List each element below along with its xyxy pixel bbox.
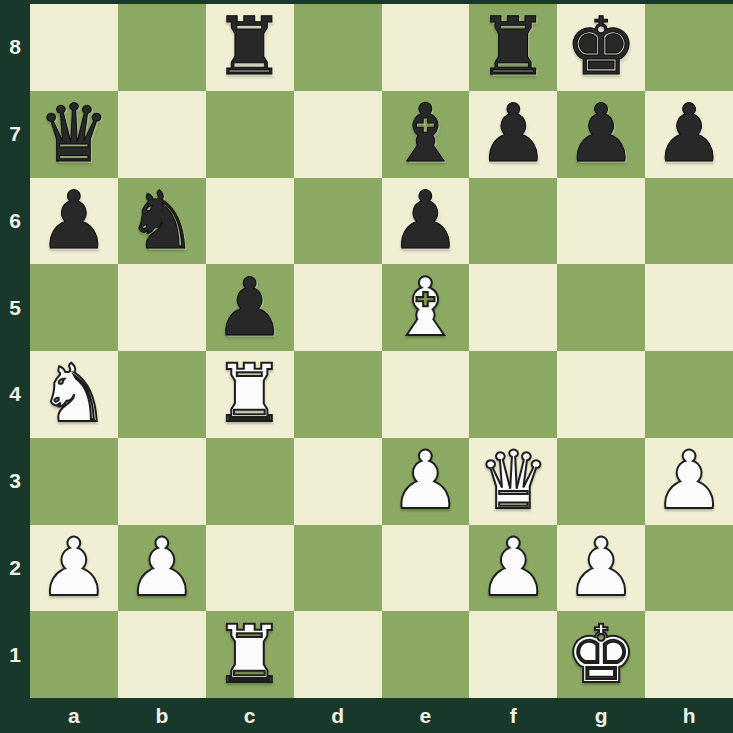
file-label-b: b bbox=[118, 698, 206, 733]
square-g5[interactable] bbox=[557, 264, 645, 351]
piece-white-queen: ♛ bbox=[477, 438, 549, 524]
piece-black-pawn: ♟ bbox=[477, 91, 549, 177]
square-e2[interactable] bbox=[382, 525, 470, 612]
square-e3[interactable]: ♟ bbox=[382, 438, 470, 525]
file-label-a: a bbox=[30, 698, 118, 733]
square-c2[interactable] bbox=[206, 525, 294, 612]
square-c5[interactable]: ♟ bbox=[206, 264, 294, 351]
piece-white-pawn: ♟ bbox=[477, 525, 549, 611]
rank-label-3: 3 bbox=[0, 438, 30, 525]
square-f1[interactable] bbox=[469, 611, 557, 698]
piece-black-king: ♚ bbox=[565, 4, 637, 90]
square-e4[interactable] bbox=[382, 351, 470, 438]
square-b5[interactable] bbox=[118, 264, 206, 351]
square-c7[interactable] bbox=[206, 91, 294, 178]
square-a8[interactable] bbox=[30, 4, 118, 91]
piece-black-knight: ♞ bbox=[126, 178, 198, 264]
square-h2[interactable] bbox=[645, 525, 733, 612]
board-bottom-left-corner bbox=[0, 698, 30, 733]
square-d7[interactable] bbox=[294, 91, 382, 178]
square-c6[interactable] bbox=[206, 178, 294, 265]
square-g2[interactable]: ♟ bbox=[557, 525, 645, 612]
rank-label-1: 1 bbox=[0, 611, 30, 698]
piece-black-rook: ♜ bbox=[214, 4, 286, 90]
file-label-d: d bbox=[294, 698, 382, 733]
piece-black-pawn: ♟ bbox=[38, 178, 110, 264]
square-c8[interactable]: ♜ bbox=[206, 4, 294, 91]
piece-white-rook: ♜ bbox=[214, 612, 286, 698]
square-a4[interactable]: ♞ bbox=[30, 351, 118, 438]
square-f4[interactable] bbox=[469, 351, 557, 438]
piece-black-bishop: ♝ bbox=[390, 91, 462, 177]
piece-white-pawn: ♟ bbox=[653, 438, 725, 524]
piece-white-king: ♚ bbox=[565, 612, 637, 698]
square-e7[interactable]: ♝ bbox=[382, 91, 470, 178]
square-g8[interactable]: ♚ bbox=[557, 4, 645, 91]
square-b7[interactable] bbox=[118, 91, 206, 178]
piece-white-knight: ♞ bbox=[38, 351, 110, 437]
square-e8[interactable] bbox=[382, 4, 470, 91]
square-b6[interactable]: ♞ bbox=[118, 178, 206, 265]
square-e1[interactable] bbox=[382, 611, 470, 698]
square-h1[interactable] bbox=[645, 611, 733, 698]
square-f3[interactable]: ♛ bbox=[469, 438, 557, 525]
square-g7[interactable]: ♟ bbox=[557, 91, 645, 178]
square-d1[interactable] bbox=[294, 611, 382, 698]
square-a6[interactable]: ♟ bbox=[30, 178, 118, 265]
square-a7[interactable]: ♛ bbox=[30, 91, 118, 178]
piece-black-pawn: ♟ bbox=[565, 91, 637, 177]
piece-black-pawn: ♟ bbox=[653, 91, 725, 177]
square-f2[interactable]: ♟ bbox=[469, 525, 557, 612]
piece-white-pawn: ♟ bbox=[126, 525, 198, 611]
square-b8[interactable] bbox=[118, 4, 206, 91]
square-a2[interactable]: ♟ bbox=[30, 525, 118, 612]
piece-white-bishop: ♝ bbox=[390, 265, 462, 351]
square-b3[interactable] bbox=[118, 438, 206, 525]
file-label-f: f bbox=[469, 698, 557, 733]
piece-black-pawn: ♟ bbox=[214, 265, 286, 351]
square-d4[interactable] bbox=[294, 351, 382, 438]
square-e5[interactable]: ♝ bbox=[382, 264, 470, 351]
square-d8[interactable] bbox=[294, 4, 382, 91]
square-c3[interactable] bbox=[206, 438, 294, 525]
file-label-h: h bbox=[645, 698, 733, 733]
rank-label-8: 8 bbox=[0, 4, 30, 91]
square-h5[interactable] bbox=[645, 264, 733, 351]
square-f5[interactable] bbox=[469, 264, 557, 351]
square-f6[interactable] bbox=[469, 178, 557, 265]
square-b4[interactable] bbox=[118, 351, 206, 438]
rank-label-6: 6 bbox=[0, 178, 30, 265]
piece-white-pawn: ♟ bbox=[38, 525, 110, 611]
square-f8[interactable]: ♜ bbox=[469, 4, 557, 91]
square-d5[interactable] bbox=[294, 264, 382, 351]
square-a5[interactable] bbox=[30, 264, 118, 351]
square-g6[interactable] bbox=[557, 178, 645, 265]
square-b2[interactable]: ♟ bbox=[118, 525, 206, 612]
rank-label-7: 7 bbox=[0, 91, 30, 178]
square-e6[interactable]: ♟ bbox=[382, 178, 470, 265]
square-g3[interactable] bbox=[557, 438, 645, 525]
file-label-e: e bbox=[382, 698, 470, 733]
square-h4[interactable] bbox=[645, 351, 733, 438]
piece-white-rook: ♜ bbox=[214, 351, 286, 437]
square-a1[interactable] bbox=[30, 611, 118, 698]
file-label-c: c bbox=[206, 698, 294, 733]
rank-label-4: 4 bbox=[0, 351, 30, 438]
square-f7[interactable]: ♟ bbox=[469, 91, 557, 178]
square-h7[interactable]: ♟ bbox=[645, 91, 733, 178]
square-h3[interactable]: ♟ bbox=[645, 438, 733, 525]
square-h8[interactable] bbox=[645, 4, 733, 91]
piece-white-pawn: ♟ bbox=[390, 438, 462, 524]
file-label-g: g bbox=[557, 698, 645, 733]
square-d2[interactable] bbox=[294, 525, 382, 612]
square-d3[interactable] bbox=[294, 438, 382, 525]
square-d6[interactable] bbox=[294, 178, 382, 265]
square-c4[interactable]: ♜ bbox=[206, 351, 294, 438]
piece-black-pawn: ♟ bbox=[390, 178, 462, 264]
square-g4[interactable] bbox=[557, 351, 645, 438]
square-c1[interactable]: ♜ bbox=[206, 611, 294, 698]
rank-label-2: 2 bbox=[0, 525, 30, 612]
square-g1[interactable]: ♚ bbox=[557, 611, 645, 698]
chess-board: 8♜♜♚7♛♝♟♟♟6♟♞♟5♟♝4♞♜3♟♛♟2♟♟♟♟1♜♚abcdefgh bbox=[0, 0, 733, 733]
piece-black-queen: ♛ bbox=[38, 91, 110, 177]
piece-black-rook: ♜ bbox=[477, 4, 549, 90]
piece-white-pawn: ♟ bbox=[565, 525, 637, 611]
square-a3[interactable] bbox=[30, 438, 118, 525]
square-h6[interactable] bbox=[645, 178, 733, 265]
square-b1[interactable] bbox=[118, 611, 206, 698]
rank-label-5: 5 bbox=[0, 264, 30, 351]
